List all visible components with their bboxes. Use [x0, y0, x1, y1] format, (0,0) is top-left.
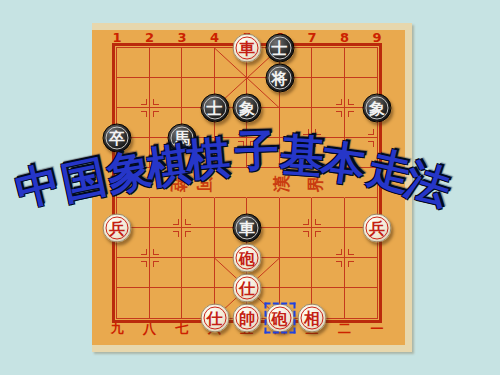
point-marker — [250, 129, 256, 135]
piece-glyph: 相 — [304, 310, 320, 326]
river-character: 楚 — [170, 176, 187, 193]
piece-glyph: 仕 — [239, 280, 255, 296]
piece-red-advisor[interactable]: 仕 — [200, 304, 229, 333]
point-marker — [315, 129, 321, 135]
board-cell — [312, 48, 345, 78]
point-marker — [315, 231, 321, 237]
file-label-bottom: 二 — [338, 322, 351, 335]
piece-glyph: 象 — [369, 100, 385, 116]
board-cell — [117, 48, 150, 78]
file-label-bottom: 八 — [143, 322, 156, 335]
piece-glyph: 車 — [239, 40, 255, 56]
point-marker — [153, 249, 159, 255]
slide-canvas: 123456789九八七六五四三二一 楚河漢界 車士将士象象卒馬車兵兵砲仕仕帥砲… — [0, 0, 500, 375]
file-label-bottom: 七 — [176, 322, 189, 335]
board-cell — [182, 48, 215, 78]
river-character: 漢 — [273, 176, 290, 193]
point-marker — [250, 141, 256, 147]
point-marker — [368, 129, 374, 135]
piece-glyph: 兵 — [369, 220, 385, 236]
point-marker — [303, 129, 309, 135]
piece-black-general[interactable]: 将 — [265, 64, 294, 93]
file-label-top: 8 — [340, 31, 349, 44]
piece-red-cannon[interactable]: 砲 — [233, 244, 262, 273]
piece-black-soldier[interactable]: 卒 — [103, 124, 132, 153]
piece-glyph: 象 — [239, 100, 255, 116]
board-cell — [150, 288, 183, 318]
point-marker — [141, 111, 147, 117]
file-label-top: 1 — [112, 31, 121, 44]
piece-red-chariot[interactable]: 車 — [233, 34, 262, 63]
piece-glyph: 将 — [272, 70, 288, 86]
river-character: 河 — [196, 176, 213, 193]
piece-glyph: 砲 — [239, 250, 255, 266]
piece-black-advisor[interactable]: 士 — [265, 34, 294, 63]
file-label-top: 9 — [372, 31, 381, 44]
file-label-top: 3 — [177, 31, 186, 44]
point-marker — [153, 111, 159, 117]
file-label-bottom: 一 — [371, 322, 384, 335]
point-marker — [141, 261, 147, 267]
point-marker — [303, 219, 309, 225]
piece-glyph: 兵 — [109, 220, 125, 236]
piece-glyph: 士 — [272, 40, 288, 56]
point-marker — [153, 99, 159, 105]
board-cell — [150, 48, 183, 78]
point-marker — [185, 219, 191, 225]
point-marker — [348, 261, 354, 267]
board-cell — [182, 258, 215, 288]
board-cell — [345, 168, 378, 198]
file-label-bottom: 九 — [111, 322, 124, 335]
point-marker — [336, 261, 342, 267]
point-marker — [336, 111, 342, 117]
piece-black-chariot[interactable]: 車 — [233, 214, 262, 243]
piece-glyph: 車 — [239, 220, 255, 236]
piece-red-elephant[interactable]: 相 — [298, 304, 327, 333]
point-marker — [348, 111, 354, 117]
point-marker — [238, 141, 244, 147]
file-label-top: 7 — [307, 31, 316, 44]
title-character: 中 — [11, 159, 64, 212]
piece-red-soldier[interactable]: 兵 — [363, 214, 392, 243]
point-marker — [173, 231, 179, 237]
point-marker — [238, 129, 244, 135]
file-label-top: 4 — [210, 31, 219, 44]
piece-black-elephant[interactable]: 象 — [233, 94, 262, 123]
piece-black-advisor[interactable]: 士 — [200, 94, 229, 123]
point-marker — [348, 249, 354, 255]
point-marker — [303, 231, 309, 237]
point-marker — [303, 141, 309, 147]
board-cell — [280, 258, 313, 288]
piece-glyph: 士 — [207, 100, 223, 116]
piece-glyph: 仕 — [207, 310, 223, 326]
piece-red-advisor[interactable]: 仕 — [233, 274, 262, 303]
piece-red-soldier[interactable]: 兵 — [103, 214, 132, 243]
piece-black-elephant[interactable]: 象 — [363, 94, 392, 123]
piece-black-horse[interactable]: 馬 — [168, 124, 197, 153]
point-marker — [185, 231, 191, 237]
point-marker — [173, 219, 179, 225]
piece-red-general[interactable]: 帥 — [233, 304, 262, 333]
board-cell — [117, 168, 150, 198]
board-cell — [345, 288, 378, 318]
board-cell — [345, 48, 378, 78]
point-marker — [336, 249, 342, 255]
point-marker — [348, 99, 354, 105]
river-character: 界 — [307, 176, 324, 193]
point-marker — [141, 99, 147, 105]
piece-glyph: 馬 — [174, 130, 190, 146]
point-marker — [153, 261, 159, 267]
board-cell — [117, 288, 150, 318]
point-marker — [336, 99, 342, 105]
selection-box — [264, 303, 295, 334]
file-label-top: 2 — [145, 31, 154, 44]
point-marker — [141, 249, 147, 255]
point-marker — [315, 141, 321, 147]
piece-glyph: 帥 — [239, 310, 255, 326]
point-marker — [315, 219, 321, 225]
board-cell — [215, 168, 248, 198]
piece-glyph: 卒 — [109, 130, 125, 146]
point-marker — [368, 141, 374, 147]
